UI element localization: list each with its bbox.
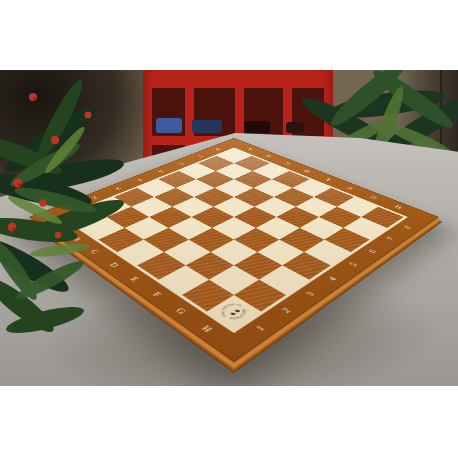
shelf-object [244, 121, 270, 133]
plant-left [0, 80, 142, 352]
shelf-object [192, 120, 222, 133]
photo-background: THE HOUSE OF STAUNTON ♞♞ ® AABBCCDDEEFFG… [0, 70, 458, 386]
product-photo: THE HOUSE OF STAUNTON ♞♞ ® AABBCCDDEEFFG… [0, 0, 458, 458]
shelf-object [156, 118, 182, 133]
